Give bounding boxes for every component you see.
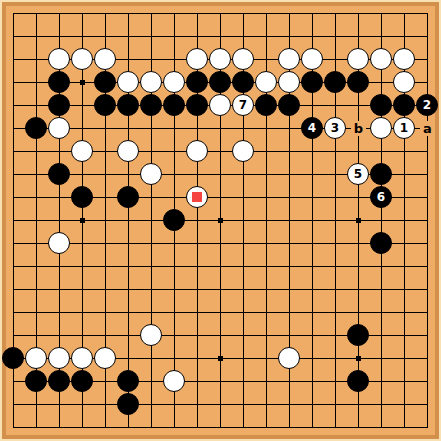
stone-black-16-10 [370,232,392,254]
stone-black-5-4 [117,94,139,116]
stone-white-6-14 [140,324,162,346]
stone-black-13-5: 4 [301,117,323,139]
stone-black-13-3 [301,71,323,93]
stone-white-10-2 [232,48,254,70]
goban-board: 7243156ab [0,0,441,441]
stone-white-5-3 [117,71,139,93]
star-point [80,80,85,85]
stone-black-1-16 [25,370,47,392]
stone-white-16-5 [370,117,392,139]
stone-black-1-5 [25,117,47,139]
star-point [218,356,223,361]
stone-white-2-2 [48,48,70,70]
stone-white-15-7: 5 [347,163,369,185]
stone-white-8-6 [186,140,208,162]
stone-black-3-16 [71,370,93,392]
stone-black-6-4 [140,94,162,116]
stone-black-9-3 [209,71,231,93]
stone-black-16-7 [370,163,392,185]
stone-white-8-8 [186,186,208,208]
stone-black-4-4 [94,94,116,116]
star-point [356,356,361,361]
stone-white-10-4: 7 [232,94,254,116]
point-letter-a: a [420,121,435,136]
stone-white-3-6 [71,140,93,162]
point-letter-b: b [351,121,366,136]
stone-white-12-15 [278,347,300,369]
stone-white-2-15 [48,347,70,369]
stone-white-6-7 [140,163,162,185]
stone-white-5-6 [117,140,139,162]
move-number-2: 2 [423,99,431,111]
stone-black-8-4 [186,94,208,116]
stone-white-17-3 [393,71,415,93]
stone-white-9-4 [209,94,231,116]
stone-black-5-16 [117,370,139,392]
stone-black-0-15 [2,347,24,369]
stone-black-2-16 [48,370,70,392]
stone-white-6-3 [140,71,162,93]
star-point [80,218,85,223]
stone-white-9-2 [209,48,231,70]
stone-black-15-3 [347,71,369,93]
stone-black-18-4: 2 [416,94,438,116]
stone-black-12-4 [278,94,300,116]
stone-black-8-3 [186,71,208,93]
move-number-7: 7 [239,99,247,111]
stone-white-15-2 [347,48,369,70]
stone-white-11-3 [255,71,277,93]
stone-black-16-8: 6 [370,186,392,208]
stone-black-2-4 [48,94,70,116]
move-number-3: 3 [331,122,339,134]
stone-white-17-5: 1 [393,117,415,139]
stone-white-1-15 [25,347,47,369]
stone-white-7-3 [163,71,185,93]
stone-black-5-17 [117,393,139,415]
stone-black-17-4 [393,94,415,116]
stone-white-14-5: 3 [324,117,346,139]
stone-black-15-14 [347,324,369,346]
stone-black-2-7 [48,163,70,185]
stone-white-2-10 [48,232,70,254]
stone-black-5-8 [117,186,139,208]
stone-white-2-5 [48,117,70,139]
move-number-1: 1 [400,122,408,134]
stone-black-2-3 [48,71,70,93]
stone-white-12-2 [278,48,300,70]
stone-white-10-6 [232,140,254,162]
stone-white-3-2 [71,48,93,70]
stone-white-4-2 [94,48,116,70]
stone-black-7-4 [163,94,185,116]
stone-white-16-2 [370,48,392,70]
star-point [218,218,223,223]
stone-black-15-16 [347,370,369,392]
stone-white-4-15 [94,347,116,369]
stone-white-13-2 [301,48,323,70]
go-diagram: 7243156ab [0,0,441,441]
stone-white-12-3 [278,71,300,93]
red-square-mark [192,192,202,202]
stone-black-7-9 [163,209,185,231]
stone-black-4-3 [94,71,116,93]
star-point [356,218,361,223]
stone-white-17-2 [393,48,415,70]
move-number-5: 5 [354,168,362,180]
stone-black-14-3 [324,71,346,93]
move-number-6: 6 [377,191,385,203]
stone-black-3-8 [71,186,93,208]
stone-white-7-16 [163,370,185,392]
stone-black-16-4 [370,94,392,116]
stone-black-10-3 [232,71,254,93]
stone-black-11-4 [255,94,277,116]
stone-white-8-2 [186,48,208,70]
move-number-4: 4 [308,122,316,134]
stone-white-3-15 [71,347,93,369]
